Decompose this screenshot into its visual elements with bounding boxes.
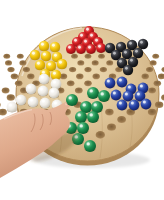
hole[interactable] (155, 102, 163, 109)
hole[interactable] (154, 80, 162, 86)
marble-white-highlight (18, 97, 21, 100)
hole[interactable] (3, 54, 10, 59)
hole[interactable] (84, 67, 91, 72)
hole[interactable] (0, 109, 7, 116)
hole[interactable] (161, 67, 164, 72)
marble-yellow-highlight (59, 61, 62, 64)
marble-black[interactable] (133, 48, 143, 58)
hole[interactable] (150, 60, 157, 65)
marble-red-highlight (80, 34, 83, 37)
hole[interactable] (77, 60, 84, 65)
marble-blue-highlight (119, 79, 122, 82)
marble-white-highlight (51, 90, 54, 93)
marble-white[interactable] (7, 102, 18, 113)
marble-blue-highlight (140, 85, 143, 88)
marble-red-highlight (95, 39, 98, 42)
marble-black-highlight (119, 60, 122, 63)
marble-red[interactable] (66, 44, 76, 54)
marble-black[interactable] (123, 65, 133, 75)
hole[interactable] (142, 74, 149, 80)
marble-yellow[interactable] (35, 60, 45, 70)
marble-red-highlight (98, 45, 101, 48)
hole[interactable] (161, 94, 164, 100)
marble-green-highlight (78, 113, 81, 116)
marble-yellow-highlight (42, 71, 45, 74)
hole[interactable] (85, 54, 92, 59)
marble-green-highlight (90, 89, 93, 92)
marble-green-highlight (87, 142, 90, 145)
marble-white[interactable] (38, 86, 49, 97)
marble-red-highlight (84, 40, 87, 43)
marble-green[interactable] (87, 87, 99, 99)
marble-yellow-highlight (32, 52, 35, 55)
marble-blue[interactable] (117, 77, 128, 88)
marble-white[interactable] (16, 95, 27, 106)
marble-white[interactable] (39, 74, 50, 85)
marble-black-highlight (107, 45, 110, 48)
hole[interactable] (148, 87, 156, 93)
marble-black-highlight (130, 59, 133, 62)
marble-blue[interactable] (141, 99, 152, 110)
hole[interactable] (93, 74, 100, 80)
hole[interactable] (27, 74, 34, 80)
marble-blue-highlight (107, 80, 110, 83)
hole[interactable] (98, 54, 105, 59)
marble-green-highlight (94, 103, 97, 106)
marble-white-highlight (42, 100, 45, 103)
marble-green-highlight (83, 103, 86, 106)
marble-red[interactable] (86, 44, 96, 54)
hole[interactable] (15, 80, 23, 86)
hole[interactable] (67, 80, 75, 86)
marble-green[interactable] (75, 111, 87, 123)
hole[interactable] (75, 87, 83, 93)
marble-black-highlight (118, 44, 121, 47)
hole[interactable] (148, 109, 157, 116)
marble-yellow[interactable] (30, 50, 40, 60)
marble-red[interactable] (76, 44, 86, 54)
marble-blue-highlight (143, 101, 146, 104)
marble-white-highlight (40, 88, 43, 91)
marble-white[interactable] (49, 88, 60, 99)
marble-red-highlight (74, 39, 77, 42)
marble-green[interactable] (84, 140, 96, 152)
marble-blue-highlight (128, 86, 131, 89)
marble-yellow[interactable] (50, 42, 60, 52)
marble-white-highlight (41, 76, 44, 79)
hole[interactable] (5, 60, 12, 65)
hole[interactable] (71, 54, 78, 59)
marble-yellow-highlight (41, 43, 44, 46)
marble-white-highlight (28, 86, 31, 89)
marble-green[interactable] (98, 90, 110, 102)
marble-yellow[interactable] (41, 51, 51, 61)
marble-white-highlight (53, 81, 56, 84)
hole[interactable] (7, 67, 14, 72)
marble-black-highlight (125, 67, 128, 70)
board-svg (0, 0, 164, 200)
marble-blue-highlight (119, 102, 122, 105)
marble-black-highlight (140, 41, 143, 44)
hole[interactable] (23, 67, 30, 72)
hole[interactable] (2, 87, 10, 93)
marble-white[interactable] (40, 98, 51, 109)
marble-black-highlight (113, 52, 116, 55)
hole[interactable] (106, 60, 113, 65)
marble-yellow[interactable] (57, 59, 67, 69)
marble-blue-highlight (137, 93, 140, 96)
marble-blue[interactable] (111, 90, 122, 101)
marble-red-highlight (86, 28, 89, 31)
hole[interactable] (84, 80, 92, 86)
marble-yellow-highlight (37, 62, 40, 65)
marble-red-highlight (78, 46, 81, 49)
held-marble-layer[interactable] (66, 94, 78, 106)
marble-black-highlight (129, 42, 132, 45)
hole[interactable] (19, 60, 26, 65)
hole[interactable] (7, 94, 15, 100)
hole[interactable] (152, 54, 159, 59)
hole[interactable] (17, 54, 24, 59)
marble-white-highlight (30, 99, 33, 102)
hole[interactable] (146, 67, 153, 72)
marble-white[interactable] (51, 79, 62, 90)
marble-blue[interactable] (105, 78, 116, 89)
hole[interactable] (11, 74, 18, 80)
hole[interactable] (105, 109, 114, 116)
marble-white-highlight (9, 104, 12, 107)
hole[interactable] (158, 74, 164, 80)
marble-yellow-highlight (43, 53, 46, 56)
chinese-checkers-photo (0, 0, 164, 200)
hole[interactable] (76, 74, 83, 80)
held-marble-green-highlight (69, 96, 72, 99)
marble-blue-highlight (131, 102, 134, 105)
marble-black[interactable] (138, 39, 148, 49)
marble-white-highlight (54, 102, 57, 105)
hole[interactable] (69, 67, 76, 72)
marble-green[interactable] (77, 122, 89, 134)
hole[interactable] (107, 124, 116, 131)
marble-blue[interactable] (129, 100, 140, 111)
marble-blue-highlight (125, 93, 128, 96)
marble-blue[interactable] (123, 91, 134, 102)
marble-red[interactable] (96, 43, 106, 53)
marble-green-highlight (80, 124, 83, 127)
marble-yellow-highlight (52, 44, 55, 47)
marble-blue-highlight (113, 92, 116, 95)
hole[interactable] (0, 102, 1, 109)
marble-black-highlight (124, 51, 127, 54)
hole[interactable] (92, 60, 99, 65)
marble-green[interactable] (87, 111, 99, 123)
marble-red-highlight (88, 46, 91, 49)
marble-yellow-highlight (53, 72, 56, 75)
marble-red-highlight (68, 46, 71, 49)
held-marble-green[interactable] (66, 94, 78, 106)
marble-green-highlight (90, 113, 93, 116)
hole[interactable] (100, 67, 107, 72)
marble-yellow-highlight (54, 54, 57, 57)
marble-blue[interactable] (117, 100, 128, 111)
hole[interactable] (117, 116, 126, 123)
marble-black-highlight (135, 50, 138, 53)
marble-red-highlight (90, 34, 93, 37)
marble-white[interactable] (28, 97, 39, 108)
marble-yellow[interactable] (39, 41, 49, 51)
marble-green-highlight (101, 92, 104, 95)
marble-white[interactable] (26, 84, 37, 95)
hole[interactable] (96, 131, 105, 139)
marble-yellow-highlight (48, 63, 51, 66)
